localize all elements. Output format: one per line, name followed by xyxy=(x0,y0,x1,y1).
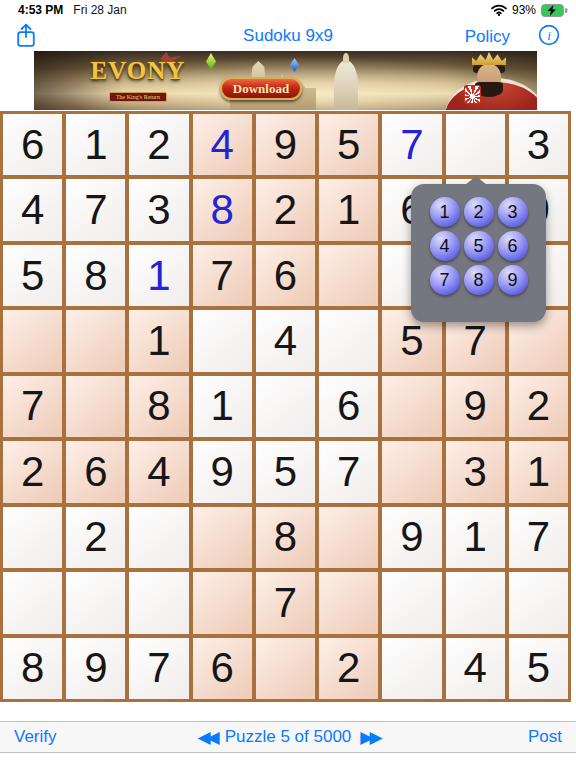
cell-r1c7[interactable]: 7 xyxy=(382,114,441,175)
cell-r1c6[interactable]: 5 xyxy=(319,114,378,175)
cell-r7c6[interactable] xyxy=(319,507,378,568)
cell-r5c5[interactable] xyxy=(256,376,315,437)
battery-percent: 93% xyxy=(512,3,536,17)
green-gem-icon xyxy=(206,53,216,70)
cell-r7c9[interactable]: 7 xyxy=(509,507,568,568)
cell-r9c1[interactable]: 8 xyxy=(3,638,62,699)
cell-r8c7[interactable] xyxy=(382,572,441,633)
brand-tagline: The King's Return xyxy=(109,92,167,102)
cell-r8c8[interactable] xyxy=(446,572,505,633)
next-puzzle-button[interactable]: ▶▶ xyxy=(360,729,378,746)
cell-r8c4[interactable] xyxy=(193,572,252,633)
cell-r8c2[interactable] xyxy=(66,572,125,633)
cell-r4c2[interactable] xyxy=(66,310,125,371)
cell-r3c6[interactable] xyxy=(319,245,378,306)
cell-r6c1[interactable]: 2 xyxy=(3,441,62,502)
tower-illustration xyxy=(334,60,358,110)
puzzle-navigator: ◀◀ Puzzle 5 of 5000 ▶▶ xyxy=(198,727,379,747)
crown-icon xyxy=(472,52,506,65)
cell-r9c2[interactable]: 9 xyxy=(66,638,125,699)
info-button[interactable]: i xyxy=(538,24,560,46)
cell-r5c7[interactable] xyxy=(382,376,441,437)
cell-r1c8[interactable] xyxy=(446,114,505,175)
cell-r4c1[interactable] xyxy=(3,310,62,371)
cell-r6c3[interactable]: 4 xyxy=(129,441,188,502)
numpad-ball-6[interactable]: 6 xyxy=(498,231,528,261)
cell-r5c9[interactable]: 2 xyxy=(509,376,568,437)
numpad-ball-9[interactable]: 9 xyxy=(498,265,528,295)
cell-r3c3[interactable]: 1 xyxy=(129,245,188,306)
cell-r5c8[interactable]: 9 xyxy=(446,376,505,437)
download-button[interactable]: Download xyxy=(220,77,302,100)
battery-charging-icon xyxy=(541,4,568,17)
cell-r8c3[interactable] xyxy=(129,572,188,633)
cell-r2c1[interactable]: 4 xyxy=(3,179,62,240)
nav-bar: Sudoku 9x9 Policy i xyxy=(0,20,576,51)
numpad-ball-3[interactable]: 3 xyxy=(498,197,528,227)
wifi-icon xyxy=(491,4,507,16)
ad-banner[interactable]: EVONY The King's Return Download xyxy=(34,51,537,110)
brand-name: EVONY xyxy=(78,57,198,85)
cell-r8c6[interactable] xyxy=(319,572,378,633)
advertiser-logo: EVONY The King's Return xyxy=(78,57,198,103)
numpad-ball-1[interactable]: 1 xyxy=(430,197,460,227)
status-date: Fri 28 Jan xyxy=(73,3,126,17)
cell-r2c3[interactable]: 3 xyxy=(129,179,188,240)
numpad-ball-2[interactable]: 2 xyxy=(464,197,494,227)
cell-r1c1[interactable]: 6 xyxy=(3,114,62,175)
cell-r7c3[interactable] xyxy=(129,507,188,568)
policy-button[interactable]: Policy xyxy=(459,20,516,51)
cell-r5c2[interactable] xyxy=(66,376,125,437)
cell-r7c7[interactable]: 9 xyxy=(382,507,441,568)
cell-r5c3[interactable]: 8 xyxy=(129,376,188,437)
cell-r7c4[interactable] xyxy=(193,507,252,568)
cell-r6c6[interactable]: 7 xyxy=(319,441,378,502)
clock: 4:53 PM xyxy=(18,3,63,17)
cell-r2c6[interactable]: 1 xyxy=(319,179,378,240)
cell-r1c3[interactable]: 2 xyxy=(129,114,188,175)
cell-r1c9[interactable]: 3 xyxy=(509,114,568,175)
cell-r7c1[interactable] xyxy=(3,507,62,568)
cell-r6c8[interactable]: 3 xyxy=(446,441,505,502)
cell-r7c2[interactable]: 2 xyxy=(66,507,125,568)
cell-r6c2[interactable]: 6 xyxy=(66,441,125,502)
cell-r6c5[interactable]: 5 xyxy=(256,441,315,502)
cell-r9c9[interactable]: 5 xyxy=(509,638,568,699)
svg-text:i: i xyxy=(547,28,551,43)
numpad-ball-4[interactable]: 4 xyxy=(430,231,460,261)
cell-r9c5[interactable] xyxy=(256,638,315,699)
numpad-ball-5[interactable]: 5 xyxy=(464,231,494,261)
puzzle-counter: Puzzle 5 of 5000 xyxy=(225,727,352,747)
cell-r8c1[interactable] xyxy=(3,572,62,633)
blue-gem-icon xyxy=(290,58,299,72)
cell-r9c4[interactable]: 6 xyxy=(193,638,252,699)
numpad-ball-8[interactable]: 8 xyxy=(464,265,494,295)
verify-button[interactable]: Verify xyxy=(14,727,57,747)
cell-r5c1[interactable]: 7 xyxy=(3,376,62,437)
info-icon: i xyxy=(538,24,560,46)
cell-r3c1[interactable]: 5 xyxy=(3,245,62,306)
cell-r3c2[interactable]: 8 xyxy=(66,245,125,306)
cell-r3c5[interactable]: 6 xyxy=(256,245,315,306)
cell-r9c8[interactable]: 4 xyxy=(446,638,505,699)
cell-r6c7[interactable] xyxy=(382,441,441,502)
cell-r9c6[interactable]: 2 xyxy=(319,638,378,699)
status-right-cluster: 93% xyxy=(491,3,568,17)
cell-r9c3[interactable]: 7 xyxy=(129,638,188,699)
cell-r5c6[interactable]: 6 xyxy=(319,376,378,437)
numpad-row-3: 789 xyxy=(430,265,528,295)
cell-r7c8[interactable]: 1 xyxy=(446,507,505,568)
post-button[interactable]: Post xyxy=(528,727,562,747)
numpad-row-1: 123 xyxy=(430,197,528,227)
cell-r4c4[interactable] xyxy=(193,310,252,371)
cell-r3c4[interactable]: 7 xyxy=(193,245,252,306)
cell-r4c3[interactable]: 1 xyxy=(129,310,188,371)
previous-puzzle-button[interactable]: ◀◀ xyxy=(198,729,216,746)
cell-r9c7[interactable] xyxy=(382,638,441,699)
bottom-toolbar: Verify ◀◀ Puzzle 5 of 5000 ▶▶ Post xyxy=(0,721,576,753)
number-pad-popup: 123456789 xyxy=(411,184,546,322)
cell-r2c5[interactable]: 2 xyxy=(256,179,315,240)
cell-r1c4[interactable]: 4 xyxy=(193,114,252,175)
king-illustration xyxy=(445,51,537,110)
numpad-ball-7[interactable]: 7 xyxy=(430,265,460,295)
cell-r1c5[interactable]: 9 xyxy=(256,114,315,175)
cell-r6c4[interactable]: 9 xyxy=(193,441,252,502)
cell-r2c2[interactable]: 7 xyxy=(66,179,125,240)
cell-r4c6[interactable] xyxy=(319,310,378,371)
cell-r7c5[interactable]: 8 xyxy=(256,507,315,568)
cell-r8c5[interactable]: 7 xyxy=(256,572,315,633)
cell-r5c4[interactable]: 1 xyxy=(193,376,252,437)
cell-r6c9[interactable]: 1 xyxy=(509,441,568,502)
cell-r4c5[interactable]: 4 xyxy=(256,310,315,371)
cell-r2c4[interactable]: 8 xyxy=(193,179,252,240)
flag-badge-icon xyxy=(464,85,481,104)
cell-r1c2[interactable]: 1 xyxy=(66,114,125,175)
status-bar: 4:53 PM Fri 28 Jan 93% xyxy=(0,0,576,20)
cell-r8c9[interactable] xyxy=(509,572,568,633)
numpad-row-2: 456 xyxy=(430,231,528,261)
